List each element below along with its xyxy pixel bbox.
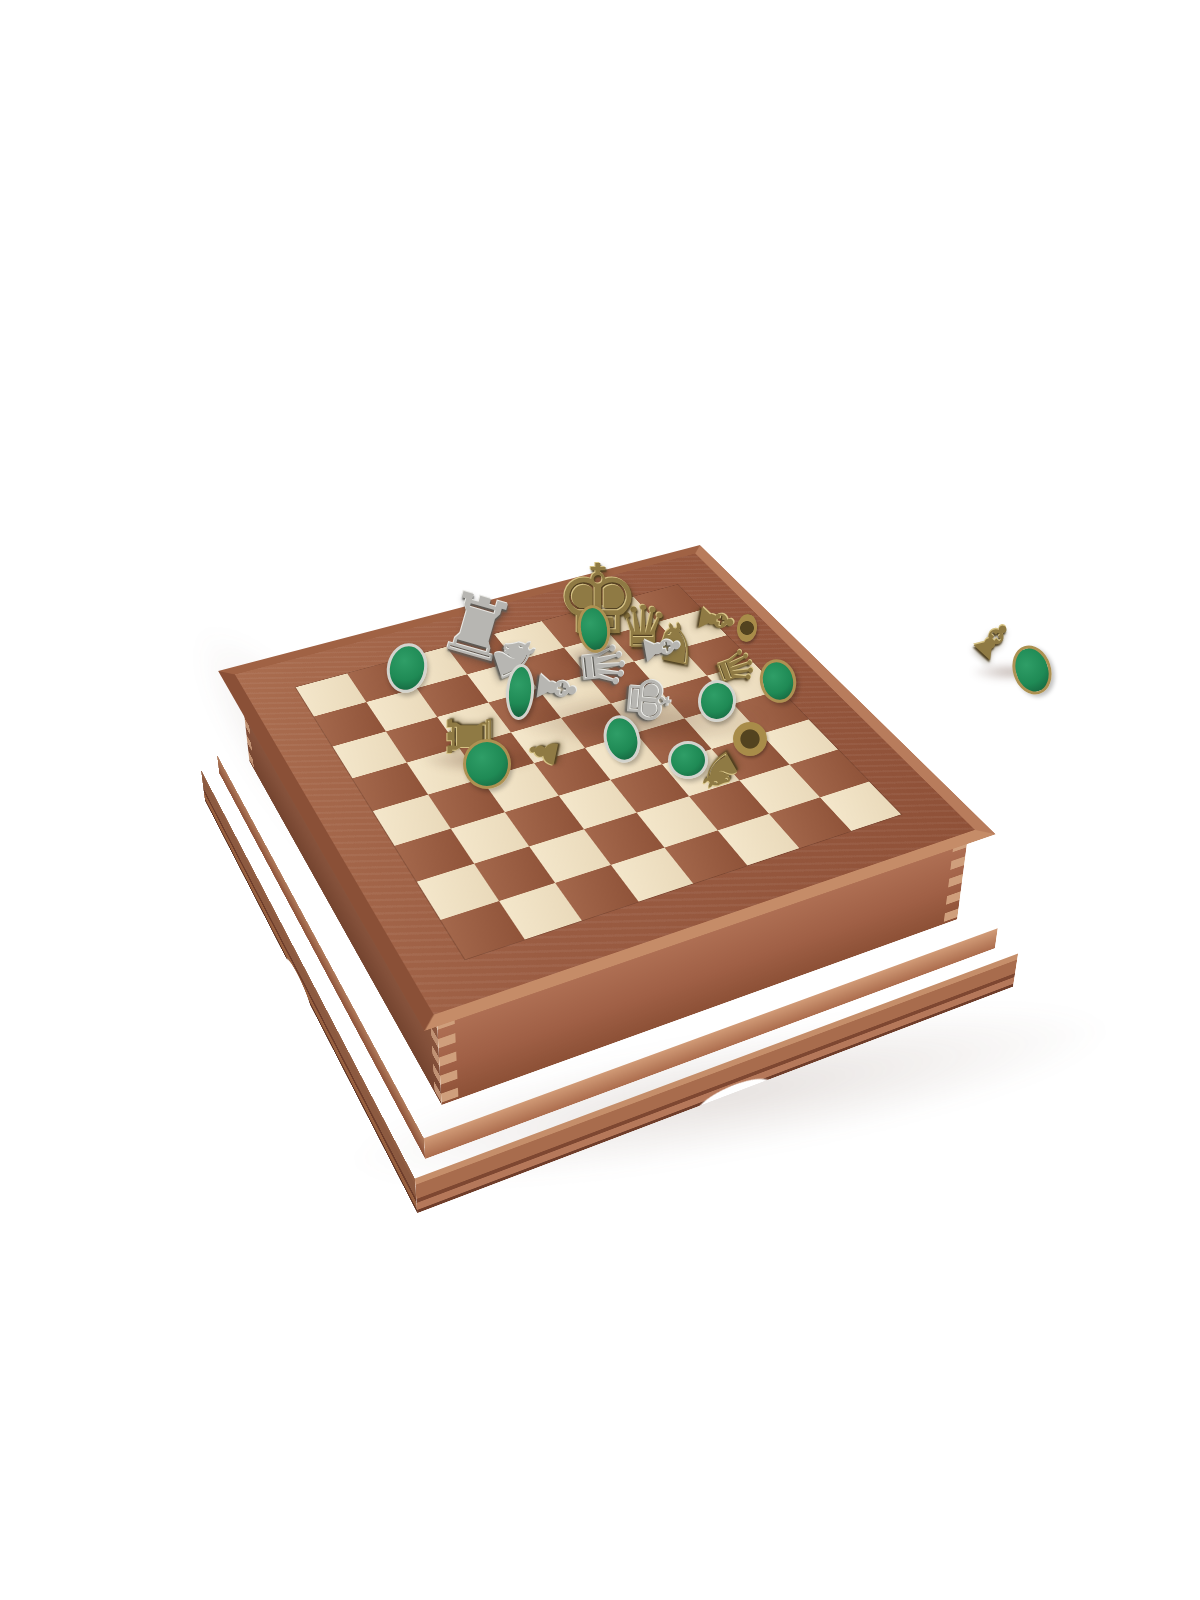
felt-base-disc	[463, 739, 511, 789]
felt-base-disc	[668, 741, 708, 779]
fallen-silver-bishop: ♝	[527, 661, 585, 714]
fallen-silver-bishop-2: ♝	[635, 623, 690, 674]
pieces-layer: ♝♛♛♚♜♝♞♝♛♞♝♚♜♟♞	[0, 0, 1200, 1600]
brass-base-ring	[733, 722, 767, 756]
felt-base-disc	[756, 656, 800, 707]
felt-base-disc	[1006, 640, 1058, 699]
product-photo: ♝♛♛♚♜♝♞♝♛♞♝♚♜♟♞	[0, 0, 1200, 1600]
felt-base-disc	[382, 639, 432, 696]
